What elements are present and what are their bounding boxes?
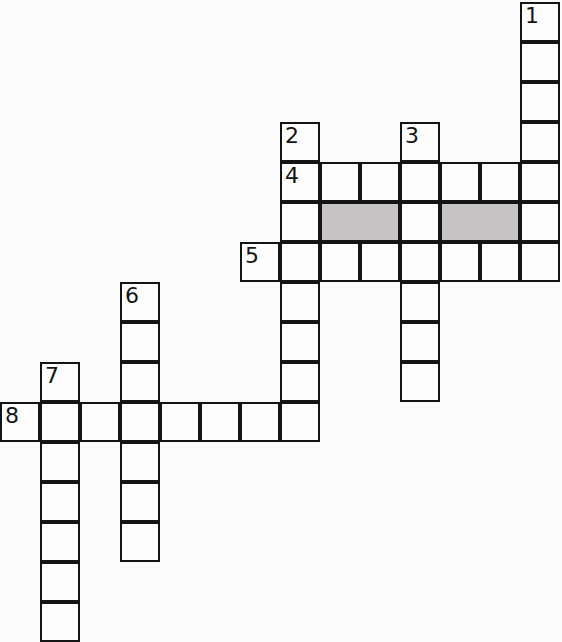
cell-r0-c13[interactable]: 1	[520, 2, 560, 42]
cell-r6-c9[interactable]	[360, 242, 400, 282]
cell-r6-c6[interactable]: 5	[240, 242, 280, 282]
cell-r5-c7[interactable]	[280, 202, 320, 242]
cell-r6-c12[interactable]	[480, 242, 520, 282]
cell-r10-c3[interactable]	[120, 402, 160, 442]
clue-number-5: 5	[245, 244, 259, 268]
clue-number-7: 7	[45, 364, 59, 388]
cell-r3-c10[interactable]: 3	[400, 122, 440, 162]
clue-number-8: 8	[5, 404, 19, 428]
cell-r3-c13[interactable]	[520, 122, 560, 162]
cell-r8-c7[interactable]	[280, 322, 320, 362]
cell-r13-c1[interactable]	[40, 522, 80, 562]
cell-r5-c10[interactable]	[400, 202, 440, 242]
cell-r12-c3[interactable]	[120, 482, 160, 522]
crossword-board: 12345678	[0, 0, 562, 642]
cell-r6-c10[interactable]	[400, 242, 440, 282]
cell-r7-c7[interactable]	[280, 282, 320, 322]
cell-r14-c1[interactable]	[40, 562, 80, 602]
cell-r5-c13[interactable]	[520, 202, 560, 242]
cell-r6-c8[interactable]	[320, 242, 360, 282]
cell-r9-c10[interactable]	[400, 362, 440, 402]
cell-r4-c9[interactable]	[360, 162, 400, 202]
clue-number-2: 2	[285, 124, 299, 148]
crossword-page: 12345678	[0, 0, 562, 642]
clue-number-1: 1	[525, 4, 539, 28]
cell-r7-c10[interactable]	[400, 282, 440, 322]
cell-r1-c13[interactable]	[520, 42, 560, 82]
cell-r11-c1[interactable]	[40, 442, 80, 482]
cell-r15-c1[interactable]	[40, 602, 80, 642]
cell-r9-c1[interactable]: 7	[40, 362, 80, 402]
cell-r6-c13[interactable]	[520, 242, 560, 282]
clue-number-6: 6	[125, 284, 139, 308]
cell-r4-c7[interactable]: 4	[280, 162, 320, 202]
cell-r11-c3[interactable]	[120, 442, 160, 482]
cell-r10-c2[interactable]	[80, 402, 120, 442]
cell-r4-c11[interactable]	[440, 162, 480, 202]
cell-r8-c3[interactable]	[120, 322, 160, 362]
cell-r4-c10[interactable]	[400, 162, 440, 202]
cell-r10-c5[interactable]	[200, 402, 240, 442]
cell-r13-c3[interactable]	[120, 522, 160, 562]
cell-r2-c13[interactable]	[520, 82, 560, 122]
cell-r3-c7[interactable]: 2	[280, 122, 320, 162]
cell-r10-c1[interactable]	[40, 402, 80, 442]
shaded-cell-r5-c11	[440, 202, 520, 242]
clue-number-4: 4	[285, 164, 299, 188]
cell-r4-c12[interactable]	[480, 162, 520, 202]
clue-number-3: 3	[405, 124, 419, 148]
cell-r6-c7[interactable]	[280, 242, 320, 282]
cell-r10-c4[interactable]	[160, 402, 200, 442]
cell-r10-c0[interactable]: 8	[0, 402, 40, 442]
shaded-cell-r5-c8	[320, 202, 400, 242]
cell-r9-c7[interactable]	[280, 362, 320, 402]
cell-r9-c3[interactable]	[120, 362, 160, 402]
cell-r4-c8[interactable]	[320, 162, 360, 202]
cell-r12-c1[interactable]	[40, 482, 80, 522]
cell-r6-c11[interactable]	[440, 242, 480, 282]
cell-r8-c10[interactable]	[400, 322, 440, 362]
cell-r4-c13[interactable]	[520, 162, 560, 202]
cell-r10-c7[interactable]	[280, 402, 320, 442]
cell-r10-c6[interactable]	[240, 402, 280, 442]
cell-r7-c3[interactable]: 6	[120, 282, 160, 322]
